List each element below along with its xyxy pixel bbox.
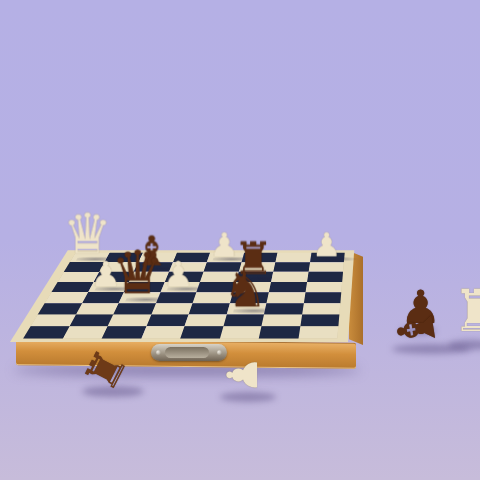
square-g1 bbox=[259, 326, 300, 338]
fallen-white-pawn-piece: ♟ bbox=[222, 356, 264, 394]
piece-dark-knight: ♞ bbox=[223, 264, 267, 314]
square-h5 bbox=[305, 282, 342, 292]
square-h2 bbox=[300, 314, 339, 326]
photo-scene: ♛♟♟♝♜♟♟♛♞ ♜ ♟ ♟ ♝ ♜ bbox=[0, 0, 480, 480]
square-f3: ♞ bbox=[226, 303, 266, 314]
piece-dark-queen: ♛ bbox=[111, 243, 165, 303]
square-h8: ♟ bbox=[310, 253, 345, 262]
square-g6 bbox=[271, 272, 308, 282]
square-e1 bbox=[180, 326, 223, 338]
square-h6 bbox=[307, 272, 343, 282]
square-a3 bbox=[38, 303, 82, 314]
square-g2 bbox=[261, 314, 301, 326]
square-g8 bbox=[275, 253, 311, 262]
piece-white-pawn: ♟ bbox=[312, 229, 342, 262]
chess-board: ♛♟♟♝♜♟♟♛♞ bbox=[10, 250, 354, 342]
square-g4 bbox=[266, 292, 305, 303]
square-f1 bbox=[219, 326, 261, 338]
square-c1 bbox=[102, 326, 146, 338]
square-c2 bbox=[108, 314, 151, 326]
piece-white-pawn: ♟ bbox=[163, 257, 194, 292]
square-g3 bbox=[264, 303, 303, 314]
square-h4 bbox=[303, 292, 341, 303]
edge-light-piece: ♜ bbox=[452, 282, 480, 340]
square-d2 bbox=[146, 314, 189, 326]
square-d3 bbox=[151, 303, 193, 314]
square-d1 bbox=[141, 326, 185, 338]
square-c4: ♛ bbox=[119, 292, 160, 303]
square-d5: ♟ bbox=[160, 282, 200, 292]
square-b3 bbox=[76, 303, 119, 314]
fallen-dark-bishop-piece: ♝ bbox=[388, 303, 444, 355]
square-f2 bbox=[223, 314, 264, 326]
square-b1 bbox=[62, 326, 107, 338]
square-g5 bbox=[269, 282, 307, 292]
square-a1 bbox=[23, 326, 69, 338]
square-h7 bbox=[308, 262, 344, 272]
square-h3 bbox=[302, 303, 341, 314]
square-e2 bbox=[184, 314, 226, 326]
board-perspective-stage: ♛♟♟♝♜♟♟♛♞ bbox=[0, 0, 480, 480]
square-g7 bbox=[273, 262, 309, 272]
square-h1 bbox=[298, 326, 338, 338]
square-c3 bbox=[113, 303, 155, 314]
square-b2 bbox=[69, 314, 113, 326]
